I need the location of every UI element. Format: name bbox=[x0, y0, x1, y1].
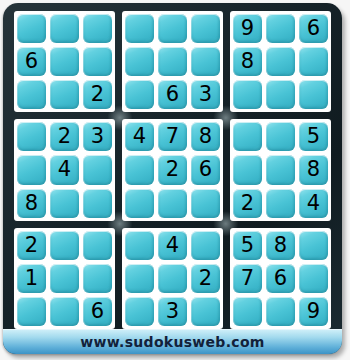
cell-r4c6[interactable]: 8 bbox=[191, 122, 220, 151]
cell-r3c3[interactable]: 2 bbox=[83, 80, 112, 109]
box-4: 2348 bbox=[14, 119, 115, 220]
box-5: 47826 bbox=[122, 119, 223, 220]
cell-r3c5[interactable]: 6 bbox=[158, 80, 187, 109]
cell-r1c2[interactable] bbox=[50, 14, 79, 43]
cell-r8c7[interactable]: 7 bbox=[233, 264, 262, 293]
cell-r6c5[interactable] bbox=[158, 189, 187, 218]
cell-r3c9[interactable] bbox=[299, 80, 328, 109]
box-7: 216 bbox=[14, 228, 115, 329]
cell-r7c1[interactable]: 2 bbox=[17, 231, 46, 260]
cell-r5c3[interactable] bbox=[83, 155, 112, 184]
page-background: 6263968234847826582421642358769 www.sudo… bbox=[0, 0, 350, 360]
box-9: 58769 bbox=[230, 228, 331, 329]
cell-r2c7[interactable]: 8 bbox=[233, 47, 262, 76]
cell-r8c6[interactable]: 2 bbox=[191, 264, 220, 293]
cell-r2c2[interactable] bbox=[50, 47, 79, 76]
cell-r2c5[interactable] bbox=[158, 47, 187, 76]
cell-r5c6[interactable]: 6 bbox=[191, 155, 220, 184]
cell-r7c7[interactable]: 5 bbox=[233, 231, 262, 260]
cell-r4c1[interactable] bbox=[17, 122, 46, 151]
cell-r5c7[interactable] bbox=[233, 155, 262, 184]
website-link[interactable]: www.sudokusweb.com bbox=[80, 334, 264, 350]
cell-r3c4[interactable] bbox=[125, 80, 154, 109]
cell-r1c6[interactable] bbox=[191, 14, 220, 43]
cell-r9c6[interactable] bbox=[191, 297, 220, 326]
sudoku-grid: 6263968234847826582421642358769 bbox=[14, 11, 331, 329]
cell-r1c1[interactable] bbox=[17, 14, 46, 43]
cell-r9c3[interactable]: 6 bbox=[83, 297, 112, 326]
cell-r1c5[interactable] bbox=[158, 14, 187, 43]
box-2: 63 bbox=[122, 11, 223, 112]
cell-r9c4[interactable] bbox=[125, 297, 154, 326]
cell-r9c8[interactable] bbox=[266, 297, 295, 326]
cell-r8c4[interactable] bbox=[125, 264, 154, 293]
cell-r9c9[interactable]: 9 bbox=[299, 297, 328, 326]
footer-bar: www.sudokusweb.com bbox=[3, 329, 342, 354]
cell-r2c3[interactable] bbox=[83, 47, 112, 76]
cell-r9c7[interactable] bbox=[233, 297, 262, 326]
cell-r5c2[interactable]: 4 bbox=[50, 155, 79, 184]
cell-r5c4[interactable] bbox=[125, 155, 154, 184]
cell-r1c7[interactable]: 9 bbox=[233, 14, 262, 43]
cell-r5c8[interactable] bbox=[266, 155, 295, 184]
cell-r4c3[interactable]: 3 bbox=[83, 122, 112, 151]
cell-r8c2[interactable] bbox=[50, 264, 79, 293]
cell-r6c4[interactable] bbox=[125, 189, 154, 218]
cell-r2c1[interactable]: 6 bbox=[17, 47, 46, 76]
cell-r8c9[interactable] bbox=[299, 264, 328, 293]
cell-r2c9[interactable] bbox=[299, 47, 328, 76]
cell-r7c8[interactable]: 8 bbox=[266, 231, 295, 260]
cell-r5c1[interactable] bbox=[17, 155, 46, 184]
box-1: 62 bbox=[14, 11, 115, 112]
cell-r4c4[interactable]: 4 bbox=[125, 122, 154, 151]
cell-r9c1[interactable] bbox=[17, 297, 46, 326]
cell-r7c9[interactable] bbox=[299, 231, 328, 260]
cell-r8c1[interactable]: 1 bbox=[17, 264, 46, 293]
cell-r1c3[interactable] bbox=[83, 14, 112, 43]
box-3: 968 bbox=[230, 11, 331, 112]
cell-r4c8[interactable] bbox=[266, 122, 295, 151]
box-8: 423 bbox=[122, 228, 223, 329]
cell-r3c1[interactable] bbox=[17, 80, 46, 109]
cell-r8c3[interactable] bbox=[83, 264, 112, 293]
cell-r6c8[interactable] bbox=[266, 189, 295, 218]
cell-r4c5[interactable]: 7 bbox=[158, 122, 187, 151]
cell-r4c9[interactable]: 5 bbox=[299, 122, 328, 151]
cell-r6c9[interactable]: 4 bbox=[299, 189, 328, 218]
cell-r4c2[interactable]: 2 bbox=[50, 122, 79, 151]
cell-r1c9[interactable]: 6 bbox=[299, 14, 328, 43]
cell-r6c6[interactable] bbox=[191, 189, 220, 218]
cell-r7c3[interactable] bbox=[83, 231, 112, 260]
sudoku-board: 6263968234847826582421642358769 www.sudo… bbox=[3, 3, 342, 354]
cell-r1c4[interactable] bbox=[125, 14, 154, 43]
cell-r2c4[interactable] bbox=[125, 47, 154, 76]
cell-r4c7[interactable] bbox=[233, 122, 262, 151]
cell-r9c5[interactable]: 3 bbox=[158, 297, 187, 326]
cell-r7c2[interactable] bbox=[50, 231, 79, 260]
cell-r2c6[interactable] bbox=[191, 47, 220, 76]
cell-r6c2[interactable] bbox=[50, 189, 79, 218]
box-6: 5824 bbox=[230, 119, 331, 220]
cell-r3c8[interactable] bbox=[266, 80, 295, 109]
cell-r6c3[interactable] bbox=[83, 189, 112, 218]
cell-r5c5[interactable]: 2 bbox=[158, 155, 187, 184]
cell-r7c5[interactable]: 4 bbox=[158, 231, 187, 260]
cell-r3c2[interactable] bbox=[50, 80, 79, 109]
cell-r9c2[interactable] bbox=[50, 297, 79, 326]
cell-r6c1[interactable]: 8 bbox=[17, 189, 46, 218]
cell-r2c8[interactable] bbox=[266, 47, 295, 76]
cell-r5c9[interactable]: 8 bbox=[299, 155, 328, 184]
cell-r6c7[interactable]: 2 bbox=[233, 189, 262, 218]
cell-r8c5[interactable] bbox=[158, 264, 187, 293]
cell-r1c8[interactable] bbox=[266, 14, 295, 43]
cell-r7c4[interactable] bbox=[125, 231, 154, 260]
cell-r3c6[interactable]: 3 bbox=[191, 80, 220, 109]
cell-r8c8[interactable]: 6 bbox=[266, 264, 295, 293]
cell-r3c7[interactable] bbox=[233, 80, 262, 109]
cell-r7c6[interactable] bbox=[191, 231, 220, 260]
